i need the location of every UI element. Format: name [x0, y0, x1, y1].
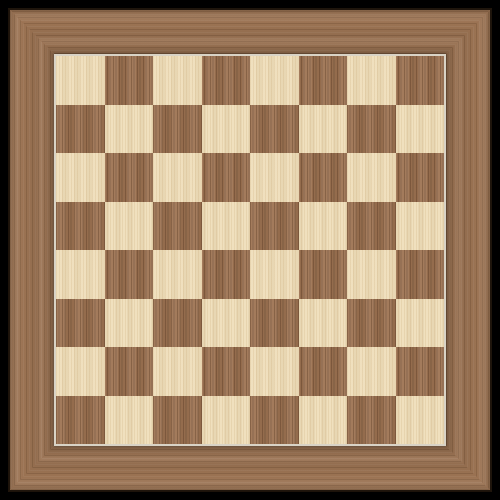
- square-a8[interactable]: [56, 56, 105, 105]
- square-g2[interactable]: [347, 347, 396, 396]
- square-a2[interactable]: [56, 347, 105, 396]
- square-e3[interactable]: [250, 299, 299, 348]
- square-e7[interactable]: [250, 105, 299, 154]
- square-b2[interactable]: [105, 347, 154, 396]
- square-c5[interactable]: [153, 202, 202, 251]
- square-c3[interactable]: [153, 299, 202, 348]
- square-b8[interactable]: [105, 56, 154, 105]
- square-b4[interactable]: [105, 250, 154, 299]
- square-d8[interactable]: [202, 56, 251, 105]
- square-a1[interactable]: [56, 396, 105, 445]
- square-e4[interactable]: [250, 250, 299, 299]
- square-e6[interactable]: [250, 153, 299, 202]
- square-c8[interactable]: [153, 56, 202, 105]
- chess-board: [8, 8, 492, 492]
- square-f2[interactable]: [299, 347, 348, 396]
- square-f6[interactable]: [299, 153, 348, 202]
- square-d1[interactable]: [202, 396, 251, 445]
- square-f8[interactable]: [299, 56, 348, 105]
- square-d2[interactable]: [202, 347, 251, 396]
- square-b5[interactable]: [105, 202, 154, 251]
- square-c2[interactable]: [153, 347, 202, 396]
- board-frame-bottom: [8, 446, 492, 492]
- square-h1[interactable]: [396, 396, 445, 445]
- square-f4[interactable]: [299, 250, 348, 299]
- square-f7[interactable]: [299, 105, 348, 154]
- square-d7[interactable]: [202, 105, 251, 154]
- square-g8[interactable]: [347, 56, 396, 105]
- square-f3[interactable]: [299, 299, 348, 348]
- square-e1[interactable]: [250, 396, 299, 445]
- square-h8[interactable]: [396, 56, 445, 105]
- board-frame-top: [8, 8, 492, 54]
- board-inlay-line: [54, 54, 446, 446]
- square-c1[interactable]: [153, 396, 202, 445]
- square-a7[interactable]: [56, 105, 105, 154]
- board-frame-right: [446, 8, 492, 492]
- square-c7[interactable]: [153, 105, 202, 154]
- board-frame-left: [8, 8, 54, 492]
- square-e8[interactable]: [250, 56, 299, 105]
- square-d5[interactable]: [202, 202, 251, 251]
- square-g6[interactable]: [347, 153, 396, 202]
- square-g4[interactable]: [347, 250, 396, 299]
- square-c6[interactable]: [153, 153, 202, 202]
- square-h4[interactable]: [396, 250, 445, 299]
- square-h6[interactable]: [396, 153, 445, 202]
- square-c4[interactable]: [153, 250, 202, 299]
- square-g5[interactable]: [347, 202, 396, 251]
- square-b6[interactable]: [105, 153, 154, 202]
- square-d6[interactable]: [202, 153, 251, 202]
- square-h2[interactable]: [396, 347, 445, 396]
- square-a5[interactable]: [56, 202, 105, 251]
- square-g3[interactable]: [347, 299, 396, 348]
- square-e2[interactable]: [250, 347, 299, 396]
- square-a4[interactable]: [56, 250, 105, 299]
- square-a6[interactable]: [56, 153, 105, 202]
- square-f5[interactable]: [299, 202, 348, 251]
- square-h3[interactable]: [396, 299, 445, 348]
- square-b3[interactable]: [105, 299, 154, 348]
- square-h5[interactable]: [396, 202, 445, 251]
- square-h7[interactable]: [396, 105, 445, 154]
- square-g7[interactable]: [347, 105, 396, 154]
- playing-area: [56, 56, 444, 444]
- square-g1[interactable]: [347, 396, 396, 445]
- square-f1[interactable]: [299, 396, 348, 445]
- square-a3[interactable]: [56, 299, 105, 348]
- square-b1[interactable]: [105, 396, 154, 445]
- square-d3[interactable]: [202, 299, 251, 348]
- square-e5[interactable]: [250, 202, 299, 251]
- square-d4[interactable]: [202, 250, 251, 299]
- square-b7[interactable]: [105, 105, 154, 154]
